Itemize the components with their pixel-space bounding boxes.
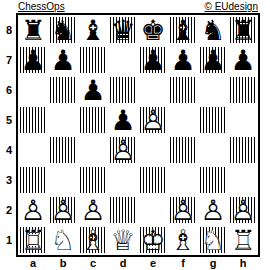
square-c3[interactable] [78,165,108,195]
square-c4[interactable] [78,135,108,165]
piece-black-knight: ♞ [48,15,78,45]
piece-white-bishop: ♗ [168,225,198,255]
square-g8[interactable]: ♞ [198,15,228,45]
square-d7[interactable] [108,45,138,75]
square-b2[interactable]: ♙ [48,195,78,225]
square-h1[interactable]: ♖ [228,225,258,255]
square-d4[interactable]: ♙ [108,135,138,165]
chess-board: ♜♞♝♛♚♝♞♜♟♟♟♟♟♟♟♟♙♙♙♙♙♙♙♙♖♘♗♕♔♗♘♖ [16,13,260,257]
square-d5[interactable]: ♟ [108,105,138,135]
rank-label-6: 6 [0,75,16,105]
square-f8[interactable]: ♝ [168,15,198,45]
square-f3[interactable] [168,165,198,195]
rank-label-5: 5 [0,105,16,135]
rank-label-2: 2 [0,195,16,225]
piece-black-pawn: ♟ [198,45,228,75]
piece-black-pawn: ♟ [138,45,168,75]
piece-white-pawn: ♙ [168,195,198,225]
piece-white-pawn: ♙ [198,195,228,225]
piece-black-knight: ♞ [198,15,228,45]
square-b3[interactable] [48,165,78,195]
square-b4[interactable] [48,135,78,165]
square-a7[interactable]: ♟ [18,45,48,75]
file-label-h: h [228,257,258,270]
rank-label-4: 4 [0,135,16,165]
piece-white-rook: ♖ [228,225,258,255]
file-label-e: e [138,257,168,270]
square-e6[interactable] [138,75,168,105]
square-b7[interactable]: ♟ [48,45,78,75]
piece-white-knight: ♘ [198,225,228,255]
header: ChessOps © EUdesign [0,0,270,13]
credit-link[interactable]: © EUdesign [204,1,258,12]
page: ChessOps © EUdesign 8 7 6 5 4 3 2 1 ♜♞♝♛… [0,0,270,270]
square-f7[interactable]: ♟ [168,45,198,75]
square-e1[interactable]: ♔ [138,225,168,255]
square-d8[interactable]: ♛ [108,15,138,45]
square-a2[interactable]: ♙ [18,195,48,225]
square-b5[interactable] [48,105,78,135]
square-h7[interactable]: ♟ [228,45,258,75]
board-area: 8 7 6 5 4 3 2 1 ♜♞♝♛♚♝♞♜♟♟♟♟♟♟♟♟♙♙♙♙♙♙♙♙… [0,13,270,257]
piece-white-pawn: ♙ [108,135,138,165]
square-h6[interactable] [228,75,258,105]
square-h4[interactable] [228,135,258,165]
piece-black-pawn: ♟ [48,45,78,75]
rank-labels: 8 7 6 5 4 3 2 1 [0,13,16,257]
piece-black-pawn: ♟ [168,45,198,75]
file-label-a: a [18,257,48,270]
piece-black-pawn: ♟ [228,45,258,75]
square-e5[interactable]: ♙ [138,105,168,135]
piece-black-queen: ♛ [108,15,138,45]
square-d3[interactable] [108,165,138,195]
square-d1[interactable]: ♕ [108,225,138,255]
square-d2[interactable] [108,195,138,225]
square-g7[interactable]: ♟ [198,45,228,75]
square-f6[interactable] [168,75,198,105]
rank-label-8: 8 [0,15,16,45]
square-g5[interactable] [198,105,228,135]
square-d6[interactable] [108,75,138,105]
square-g3[interactable] [198,165,228,195]
piece-black-rook: ♜ [228,15,258,45]
piece-black-bishop: ♝ [78,15,108,45]
file-label-c: c [78,257,108,270]
square-f1[interactable]: ♗ [168,225,198,255]
rank-label-3: 3 [0,165,16,195]
piece-black-pawn: ♟ [18,45,48,75]
piece-black-rook: ♜ [18,15,48,45]
piece-white-bishop: ♗ [78,225,108,255]
piece-white-pawn: ♙ [78,195,108,225]
piece-white-pawn: ♙ [138,105,168,135]
square-g2[interactable]: ♙ [198,195,228,225]
square-e3[interactable] [138,165,168,195]
piece-white-knight: ♘ [48,225,78,255]
square-g6[interactable] [198,75,228,105]
rank-label-1: 1 [0,225,16,255]
square-g1[interactable]: ♘ [198,225,228,255]
square-a3[interactable] [18,165,48,195]
piece-white-pawn: ♙ [48,195,78,225]
file-label-d: d [108,257,138,270]
square-e7[interactable]: ♟ [138,45,168,75]
square-h2[interactable]: ♙ [228,195,258,225]
square-a8[interactable]: ♜ [18,15,48,45]
piece-black-bishop: ♝ [168,15,198,45]
square-h3[interactable] [228,165,258,195]
square-b8[interactable]: ♞ [48,15,78,45]
file-label-g: g [198,257,228,270]
square-f4[interactable] [168,135,198,165]
square-f2[interactable]: ♙ [168,195,198,225]
file-label-f: f [168,257,198,270]
square-c1[interactable]: ♗ [78,225,108,255]
piece-white-pawn: ♙ [228,195,258,225]
square-c2[interactable]: ♙ [78,195,108,225]
square-a4[interactable] [18,135,48,165]
rank-label-7: 7 [0,45,16,75]
piece-white-rook: ♖ [18,225,48,255]
square-b6[interactable] [48,75,78,105]
piece-white-pawn: ♙ [18,195,48,225]
square-e8[interactable]: ♚ [138,15,168,45]
square-c6[interactable]: ♟ [78,75,108,105]
piece-black-king: ♚ [138,15,168,45]
square-f5[interactable] [168,105,198,135]
square-c5[interactable] [78,105,108,135]
chessops-link[interactable]: ChessOps [18,1,65,12]
piece-white-queen: ♕ [108,225,138,255]
piece-black-pawn: ♟ [78,75,108,105]
piece-black-pawn: ♟ [108,105,138,135]
file-label-b: b [48,257,78,270]
piece-white-king: ♔ [138,225,168,255]
square-b1[interactable]: ♘ [48,225,78,255]
square-a6[interactable] [18,75,48,105]
file-labels: a b c d e f g h [18,257,270,270]
square-e4[interactable] [138,135,168,165]
square-h5[interactable] [228,105,258,135]
square-e2[interactable] [138,195,168,225]
square-h8[interactable]: ♜ [228,15,258,45]
square-a5[interactable] [18,105,48,135]
square-g4[interactable] [198,135,228,165]
square-c8[interactable]: ♝ [78,15,108,45]
square-c7[interactable] [78,45,108,75]
square-a1[interactable]: ♖ [18,225,48,255]
